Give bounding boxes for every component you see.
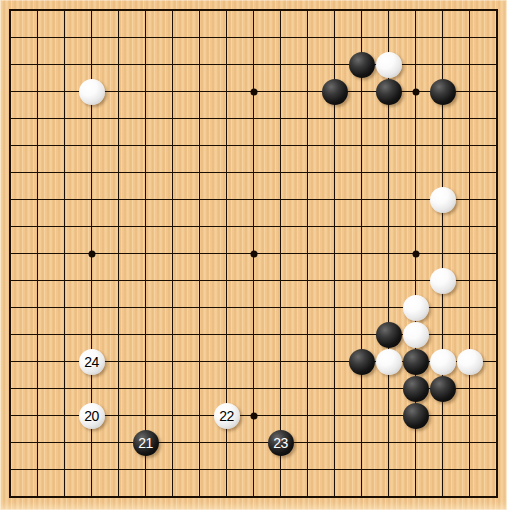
grid-line-vertical bbox=[361, 10, 362, 497]
grid-line-horizontal bbox=[10, 280, 497, 281]
white-stone-P6 bbox=[376, 349, 402, 375]
move-number-label: 24 bbox=[84, 355, 99, 369]
move-number-label: 20 bbox=[84, 409, 99, 423]
black-stone-N16 bbox=[322, 79, 348, 105]
star-point bbox=[250, 250, 257, 257]
grid-line-vertical bbox=[307, 10, 308, 497]
go-board-screenshot: 2420222123 bbox=[0, 0, 507, 510]
white-stone-D4: 20 bbox=[79, 403, 105, 429]
black-stone-Q6 bbox=[403, 349, 429, 375]
white-stone-D16 bbox=[79, 79, 105, 105]
black-stone-L3: 23 bbox=[268, 430, 294, 456]
black-stone-P7 bbox=[376, 322, 402, 348]
white-stone-Q8 bbox=[403, 295, 429, 321]
move-number-label: 21 bbox=[138, 436, 153, 450]
move-number-label: 22 bbox=[219, 409, 234, 423]
black-stone-P16 bbox=[376, 79, 402, 105]
star-point bbox=[412, 250, 419, 257]
black-stone-R16 bbox=[430, 79, 456, 105]
white-stone-Q7 bbox=[403, 322, 429, 348]
star-point bbox=[250, 88, 257, 95]
star-point bbox=[250, 412, 257, 419]
black-stone-R5 bbox=[430, 376, 456, 402]
white-stone-S6 bbox=[457, 349, 483, 375]
black-stone-O17 bbox=[349, 52, 375, 78]
white-stone-P17 bbox=[376, 52, 402, 78]
black-stone-Q5 bbox=[403, 376, 429, 402]
white-stone-R6 bbox=[430, 349, 456, 375]
white-stone-D6: 24 bbox=[79, 349, 105, 375]
white-stone-R12 bbox=[430, 187, 456, 213]
board-grid: 2420222123 bbox=[10, 10, 497, 497]
white-stone-R9 bbox=[430, 268, 456, 294]
white-stone-J4: 22 bbox=[214, 403, 240, 429]
grid-line-vertical bbox=[469, 10, 470, 497]
grid-line-horizontal bbox=[10, 442, 497, 443]
star-point bbox=[88, 250, 95, 257]
black-stone-F3: 21 bbox=[133, 430, 159, 456]
grid-line-horizontal bbox=[10, 469, 497, 470]
star-point bbox=[412, 88, 419, 95]
move-number-label: 23 bbox=[273, 436, 288, 450]
grid-line-vertical bbox=[280, 10, 281, 497]
black-stone-O6 bbox=[349, 349, 375, 375]
black-stone-Q4 bbox=[403, 403, 429, 429]
